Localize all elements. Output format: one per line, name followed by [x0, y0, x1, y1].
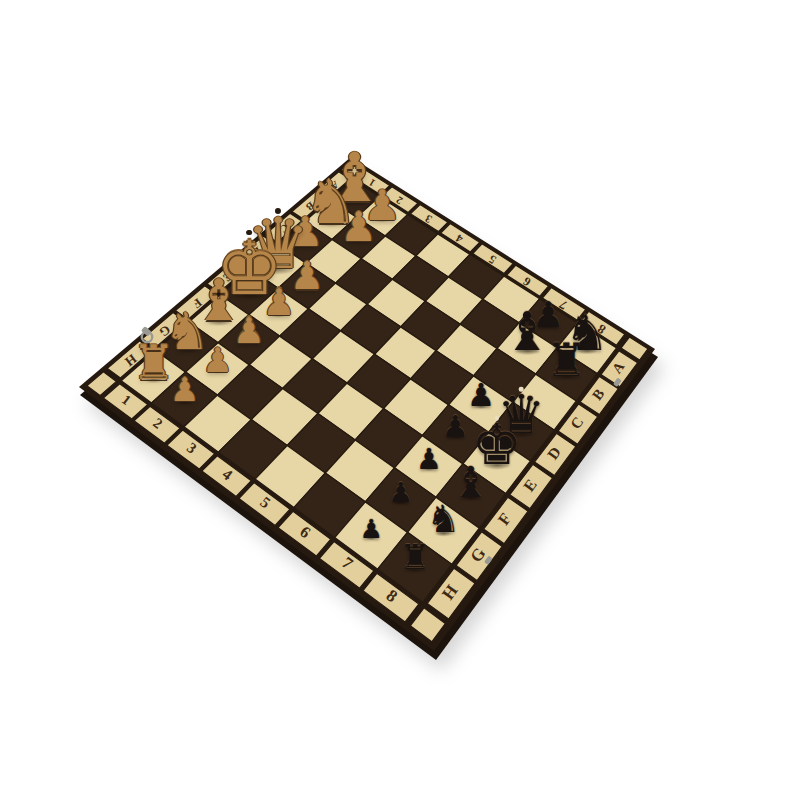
chess-set-photo: 1234567812345678ABCDEFGHABCDEFGH ♝♞♟♟♟♛♚… [0, 0, 800, 800]
chess-board: 1234567812345678ABCDEFGHABCDEFGH [0, 0, 800, 800]
board-svg: 1234567812345678ABCDEFGHABCDEFGH [0, 0, 800, 800]
